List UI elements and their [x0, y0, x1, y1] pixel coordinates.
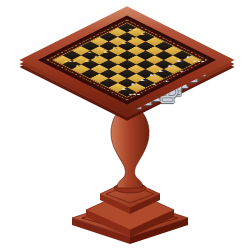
- board-margin: ♜♟♟♜♞♟♟♞♝♟♟♝♛♟♟♛♚♟♟♚♝♟♟♝♞♟♟♞♜♟♟♜: [38, 15, 216, 104]
- chess-board: ♜♟♟♜♞♟♟♞♝♟♟♝♛♟♟♛♚♟♟♚♝♟♟♝♞♟♟♞♜♟♟♜: [53, 23, 200, 97]
- square-d5: [127, 55, 145, 64]
- product-photo-scene: ♜♟♟♜♞♟♟♞♝♟♟♝♛♟♟♛♚♟♟♚♝♟♟♝♞♟♟♞♜♟♟♜: [0, 0, 250, 250]
- table-frame: ♜♟♟♜♞♟♟♞♝♟♟♝♛♟♟♛♚♟♟♚♝♟♟♝♞♟♟♞♜♟♟♜: [20, 6, 235, 113]
